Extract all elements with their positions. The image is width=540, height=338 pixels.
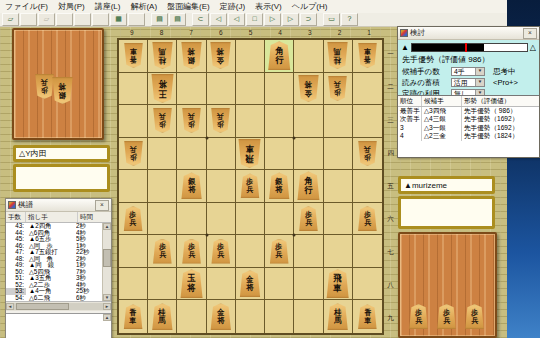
board-square[interactable] (353, 73, 382, 106)
board-square[interactable] (353, 268, 382, 301)
hscroll-thumb[interactable] (16, 303, 69, 310)
sente-mark: ▲ (401, 43, 409, 52)
kifu-col-moveno: 手数 (6, 212, 26, 222)
board-square[interactable] (236, 105, 265, 138)
piece-歩兵-gote[interactable]: 歩兵 (327, 76, 348, 101)
kifu-horizontal-scrollbar[interactable]: ◄ ► (6, 301, 111, 311)
board-square[interactable] (294, 138, 323, 171)
kifu-comment-box[interactable]: ▲ ▼ (6, 313, 111, 338)
piece-金将-sente[interactable]: 金将 (209, 303, 232, 330)
rank-label: 一 (385, 38, 396, 71)
rank-label: 二 (385, 71, 396, 104)
board-square[interactable] (236, 203, 265, 236)
piece-角行-sente[interactable]: 角行 (296, 171, 321, 200)
hoshi-dot (205, 234, 208, 237)
board-square[interactable] (177, 300, 206, 333)
board-square[interactable]: 歩兵 (236, 170, 265, 203)
col-rank: 順位 (398, 96, 422, 106)
analysis-window: 検討 × ▲ △ 先手優勢（評価値 986） 候補手の数4手▼思考中読みの蓄積活… (397, 26, 540, 158)
board-square[interactable] (148, 203, 177, 236)
board-square[interactable]: 銀将 (177, 40, 206, 73)
analysis-control-row: 読みの蓄積活用▼<Pro+> (398, 77, 539, 88)
candidate-row[interactable]: 4△2三金先手優勢（1824） (398, 132, 539, 140)
analysis-titlebar[interactable]: 検討 × (398, 27, 539, 40)
menu-item[interactable]: 定跡(J) (215, 1, 250, 13)
hand-piece-歩兵-sente[interactable]: 歩兵 (436, 304, 457, 329)
toolbar-button-nav-forward-icon[interactable]: ▷ (264, 13, 281, 26)
piece-歩兵-sente[interactable]: 歩兵 (298, 206, 319, 231)
board-square[interactable]: 銀将 (265, 170, 294, 203)
file-label: 6 (206, 29, 236, 37)
board-square[interactable]: 金将 (207, 40, 236, 73)
toolbar-button-button-3-icon[interactable]: ▱ (38, 13, 55, 26)
piece-金将-gote[interactable]: 金将 (297, 75, 320, 102)
toolbar-button-position-2-icon[interactable]: ▤ (169, 13, 186, 26)
gote-captured-tray: 歩兵銀将 (12, 28, 104, 140)
board-square[interactable] (324, 138, 353, 171)
toolbar-button-help-icon[interactable]: ? (341, 13, 358, 26)
rank-label: 八 (385, 269, 396, 302)
toolbar: ▱▱▦▤▤⊂◁◁□▷▷⊃▭? (0, 13, 507, 27)
board-square[interactable] (177, 203, 206, 236)
evaluation-bar (411, 43, 528, 52)
app-window: ファイル(F)対局(P)講座(L)解析(A)盤面編集(E)定跡(J)表示(V)ヘ… (0, 0, 540, 338)
piece-歩兵-gote[interactable]: 歩兵 (210, 108, 231, 133)
hand-piece-歩兵-sente[interactable]: 歩兵 (408, 304, 429, 329)
scroll-left-icon[interactable]: ◄ (6, 303, 14, 310)
piece-金将-gote[interactable]: 金将 (209, 42, 232, 69)
piece-香車-gote[interactable]: 香車 (123, 43, 144, 68)
control-dropdown[interactable]: 活用▼ (451, 78, 485, 87)
menu-item[interactable]: ファイル(F) (0, 1, 53, 13)
kifu-window: 棋譜 × 手数 指し手 時間 43:▲2四角2秒44:△6四角4秒45:▲6五歩… (5, 198, 112, 338)
board-square[interactable]: 歩兵 (207, 235, 236, 268)
piece-玉将-sente[interactable]: 玉将 (179, 269, 204, 298)
analysis-window-icon (400, 29, 408, 37)
board-square[interactable] (148, 138, 177, 171)
board-square[interactable]: 歩兵 (119, 203, 148, 236)
piece-桂馬-gote[interactable]: 桂馬 (151, 42, 174, 69)
file-label: 9 (117, 29, 147, 37)
board-square[interactable] (207, 73, 236, 106)
control-note: 思考中 (493, 67, 516, 77)
file-label: 1 (354, 29, 384, 37)
toolbar-button-nav-last-icon[interactable]: ⊃ (300, 13, 317, 26)
board-square[interactable] (265, 268, 294, 301)
board-square[interactable]: 飛車 (236, 138, 265, 171)
board-square[interactable] (148, 170, 177, 203)
board-square[interactable] (265, 73, 294, 106)
kifu-row[interactable]: 54:△6二飛6秒 (6, 295, 103, 302)
kifu-col-move: 指し手 (26, 212, 78, 222)
menu-item[interactable]: 表示(V) (250, 1, 287, 13)
board-square[interactable] (177, 138, 206, 171)
hoshi-dot (293, 234, 296, 237)
toolbar-button-button-4-icon[interactable] (56, 13, 73, 26)
kifu-column-headers: 手数 指し手 時間 (6, 212, 111, 223)
toolbar-button-button-6-icon[interactable] (92, 13, 109, 26)
board-square[interactable] (294, 40, 323, 73)
board-square[interactable]: 桂馬 (324, 40, 353, 73)
piece-銀将-sente[interactable]: 銀将 (268, 172, 291, 199)
board-square[interactable] (294, 300, 323, 333)
comment-scroll-up-icon[interactable]: ▲ (103, 314, 111, 321)
kifu-titlebar[interactable]: 棋譜 × (6, 199, 111, 212)
board-square[interactable] (207, 138, 236, 171)
toolbar-button-nav-stop-icon[interactable]: □ (246, 13, 263, 26)
toolbar-button-open-file-icon[interactable]: ▱ (2, 13, 19, 26)
hoshi-dot (205, 136, 208, 139)
kifu-title: 棋譜 (18, 200, 33, 210)
board-square[interactable] (207, 268, 236, 301)
candidate-table: 順位 候補手 形勢（評価値） 最善手△3四飛先手優勢（ 986）次善手△4三銀先… (398, 95, 539, 157)
file-label: 8 (147, 29, 177, 37)
board-square[interactable] (236, 40, 265, 73)
board-square[interactable]: 飛車 (324, 268, 353, 301)
toolbar-button-monitor-icon[interactable]: ▭ (323, 13, 340, 26)
board-square[interactable]: 歩兵 (294, 203, 323, 236)
piece-桂馬-gote[interactable]: 桂馬 (326, 42, 349, 69)
file-label: 2 (325, 29, 355, 37)
board-square[interactable]: 歩兵 (119, 138, 148, 171)
hoshi-dot (293, 136, 296, 139)
board-square[interactable] (324, 170, 353, 203)
board-square[interactable]: 玉将 (177, 268, 206, 301)
kifu-window-icon (8, 201, 16, 209)
board-square[interactable] (294, 268, 323, 301)
piece-歩兵-gote[interactable]: 歩兵 (152, 108, 173, 133)
board-square[interactable]: 金将 (236, 268, 265, 301)
toolbar-button-nav-back10-icon[interactable]: ◁ (210, 13, 227, 26)
file-label: 5 (236, 29, 266, 37)
board-square[interactable] (119, 73, 148, 106)
candidate-row[interactable]: 最善手△3四飛先手優勢（ 986） (398, 107, 539, 115)
board-square[interactable] (177, 73, 206, 106)
chevron-down-icon[interactable]: ▼ (475, 68, 484, 75)
board-square[interactable]: 銀将 (177, 170, 206, 203)
analysis-title: 検討 (410, 28, 425, 38)
toolbar-button-nav-first-icon[interactable]: ⊂ (192, 13, 209, 26)
board-file-labels: 987654321 (117, 29, 384, 37)
board-square[interactable]: 歩兵 (324, 73, 353, 106)
evaluation-status: 先手優勢（評価値 986） (398, 53, 539, 66)
piece-香車-sente[interactable]: 香車 (357, 304, 378, 329)
kifu-vertical-scrollbar[interactable]: ▲ ▼ (102, 223, 111, 301)
board-square[interactable]: 香車 (353, 40, 382, 73)
rank-label: 七 (385, 236, 396, 269)
file-label: 4 (265, 29, 295, 37)
scroll-up-icon[interactable]: ▲ (103, 223, 111, 230)
scroll-right-icon[interactable]: ► (103, 303, 111, 310)
board-square[interactable] (353, 105, 382, 138)
scroll-down-icon[interactable]: ▼ (103, 294, 111, 301)
piece-香車-gote[interactable]: 香車 (357, 43, 378, 68)
rank-label: 四 (385, 137, 396, 170)
kifu-move-list: 43:▲2四角2秒44:△6四角4秒45:▲6五歩5秒46:△同 歩1秒47:▲… (6, 223, 103, 301)
board-square[interactable]: 香車 (119, 40, 148, 73)
rank-label: 五 (385, 170, 396, 203)
board-square[interactable] (324, 203, 353, 236)
hand-piece-歩兵-sente[interactable]: 歩兵 (464, 304, 485, 329)
board-square[interactable]: 香車 (353, 300, 382, 333)
board-square[interactable] (207, 203, 236, 236)
board-square[interactable] (294, 105, 323, 138)
board-square[interactable]: 歩兵 (353, 138, 382, 171)
board-square[interactable] (119, 268, 148, 301)
board-rank-labels: 一二三四五六七八九 (385, 38, 396, 335)
board-square[interactable]: 金将 (207, 300, 236, 333)
shogi-board: 香車桂馬銀将金将角行桂馬香車王将金将歩兵歩兵歩兵歩兵歩兵飛車歩兵銀将歩兵銀将角行… (117, 38, 384, 335)
piece-桂馬-sente[interactable]: 桂馬 (151, 303, 174, 330)
board-square[interactable]: 王将 (148, 73, 177, 106)
board-square[interactable]: 桂馬 (148, 40, 177, 73)
toolbar-button-board-edit-icon[interactable]: ▦ (110, 13, 127, 26)
sente-time-box (398, 196, 495, 229)
evaluation-bar-marker (465, 43, 467, 52)
analysis-close-button[interactable]: × (523, 28, 537, 39)
board-square[interactable]: 歩兵 (265, 235, 294, 268)
col-move: 候補手 (422, 96, 462, 106)
piece-金将-sente[interactable]: 金将 (238, 270, 261, 297)
piece-歩兵-gote[interactable]: 歩兵 (357, 141, 378, 166)
board-square[interactable]: 歩兵 (148, 105, 177, 138)
kifu-col-time: 時間 (78, 212, 111, 222)
piece-歩兵-sente[interactable]: 歩兵 (210, 239, 231, 264)
toolbar-button-button-5-icon[interactable] (74, 13, 91, 26)
toolbar-button-button-8-icon[interactable] (128, 13, 145, 26)
sente-captured-tray: 歩兵歩兵歩兵 (398, 232, 497, 338)
board-square[interactable]: 角行 (294, 170, 323, 203)
board-square[interactable] (324, 105, 353, 138)
board-square[interactable] (294, 235, 323, 268)
piece-歩兵-sente[interactable]: 歩兵 (239, 173, 260, 198)
board-square[interactable]: 角行 (265, 40, 294, 73)
menu-item[interactable]: 講座(L) (90, 1, 126, 13)
menu-item[interactable]: 解析(A) (125, 1, 162, 13)
menu-item[interactable]: 盤面編集(E) (162, 1, 215, 13)
board-square[interactable] (236, 235, 265, 268)
board-square[interactable] (265, 300, 294, 333)
piece-歩兵-sente[interactable]: 歩兵 (152, 239, 173, 264)
piece-角行-sente[interactable]: 角行 (267, 41, 292, 70)
board-square[interactable] (119, 170, 148, 203)
board-square[interactable] (353, 170, 382, 203)
board-square[interactable]: 桂馬 (148, 300, 177, 333)
board-square[interactable] (236, 73, 265, 106)
piece-飛車-gote[interactable]: 飛車 (237, 139, 262, 168)
file-label: 7 (176, 29, 206, 37)
board-square[interactable]: 歩兵 (353, 203, 382, 236)
candidate-row[interactable]: 次善手△4三銀先手優勢（1692） (398, 115, 539, 123)
board-square[interactable] (119, 105, 148, 138)
piece-王将-gote[interactable]: 王将 (150, 74, 175, 103)
board-square[interactable]: 歩兵 (148, 235, 177, 268)
piece-歩兵-sente[interactable]: 歩兵 (269, 239, 290, 264)
candidate-table-headers: 順位 候補手 形勢（評価値） (398, 96, 539, 107)
board-square[interactable] (265, 203, 294, 236)
board-square[interactable] (119, 235, 148, 268)
candidate-row[interactable]: 3△3一銀先手優勢（1692） (398, 124, 539, 132)
toolbar-button-position-1-icon[interactable]: ▤ (151, 13, 168, 26)
chevron-down-icon[interactable]: ▼ (475, 79, 484, 86)
board-square[interactable] (324, 235, 353, 268)
piece-歩兵-sente[interactable]: 歩兵 (357, 206, 378, 231)
gote-mark: △ (530, 43, 536, 52)
board-square[interactable] (265, 105, 294, 138)
sente-name: ▲murizeme (404, 181, 447, 190)
control-note: <Pro+> (493, 78, 518, 87)
piece-飛車-sente[interactable]: 飛車 (325, 269, 350, 298)
menu-item[interactable]: ヘルプ(H) (287, 1, 333, 13)
piece-銀将-gote[interactable]: 銀将 (180, 42, 203, 69)
control-label: 候補手の数 (402, 67, 448, 77)
board-square[interactable]: 歩兵 (177, 105, 206, 138)
piece-桂馬-sente[interactable]: 桂馬 (326, 303, 349, 330)
sente-nameplate: ▲murizeme (398, 176, 495, 194)
rank-label: 六 (385, 203, 396, 236)
board-square[interactable]: 香車 (119, 300, 148, 333)
board-square[interactable] (236, 300, 265, 333)
board-square[interactable]: 歩兵 (177, 235, 206, 268)
control-label: 読みの蓄積 (402, 78, 448, 88)
file-label: 3 (295, 29, 325, 37)
toolbar-button-nav-forward10-icon[interactable]: ▷ (282, 13, 299, 26)
toolbar-button-button-2-icon[interactable] (20, 13, 37, 26)
gote-time-box (13, 164, 110, 192)
hand-piece-銀将-gote[interactable]: 銀将 (51, 77, 74, 104)
scrollbar-thumb[interactable] (103, 249, 111, 267)
board-square[interactable] (148, 268, 177, 301)
gote-nameplate: △Y内田 (13, 145, 110, 162)
board-square[interactable]: 歩兵 (207, 105, 236, 138)
piece-歩兵-sente[interactable]: 歩兵 (123, 206, 144, 231)
board-square[interactable] (353, 235, 382, 268)
piece-歩兵-gote[interactable]: 歩兵 (181, 108, 202, 133)
evaluation-bar-fill (412, 44, 484, 51)
toolbar-button-nav-back-icon[interactable]: ◁ (228, 13, 245, 26)
piece-香車-sente[interactable]: 香車 (123, 304, 144, 329)
board-square[interactable]: 桂馬 (324, 300, 353, 333)
board-square[interactable]: 金将 (294, 73, 323, 106)
board-square[interactable] (207, 170, 236, 203)
evaluation-bar-row: ▲ △ (398, 40, 539, 53)
hand-piece-歩兵-gote[interactable]: 歩兵 (34, 74, 55, 99)
control-dropdown[interactable]: 4手▼ (451, 67, 485, 76)
menu-item[interactable]: 対局(P) (53, 1, 90, 13)
piece-銀将-sente[interactable]: 銀将 (180, 172, 203, 199)
menu-bar: ファイル(F)対局(P)講座(L)解析(A)盤面編集(E)定跡(J)表示(V)ヘ… (0, 0, 507, 14)
board-square[interactable] (265, 138, 294, 171)
rank-label: 九 (385, 302, 396, 335)
piece-歩兵-sente[interactable]: 歩兵 (181, 239, 202, 264)
analysis-control-row: 候補手の数4手▼思考中 (398, 66, 539, 77)
kifu-close-button[interactable]: × (95, 200, 109, 211)
piece-歩兵-gote[interactable]: 歩兵 (123, 141, 144, 166)
rank-label: 三 (385, 104, 396, 137)
col-eval: 形勢（評価値） (462, 96, 539, 106)
hscroll-track[interactable] (14, 303, 103, 310)
gote-name: △Y内田 (19, 148, 47, 159)
